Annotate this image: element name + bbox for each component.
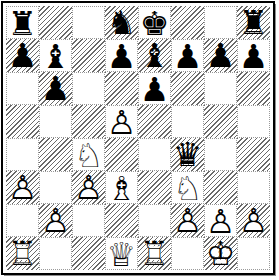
square-f1[interactable] [171, 237, 204, 270]
black-pawn-piece: ♟ [106, 40, 137, 71]
square-c5[interactable] [72, 105, 105, 138]
white-knight-piece: ♞♘ [172, 172, 203, 203]
white-pawn-piece: ♟♙ [6, 171, 39, 204]
square-h3[interactable] [237, 171, 270, 204]
square-f8[interactable] [171, 6, 204, 39]
square-g3[interactable] [204, 171, 237, 204]
square-g4[interactable] [204, 138, 237, 171]
square-e8[interactable]: ♚ [138, 6, 171, 39]
white-pawn-piece: ♟♙ [39, 204, 72, 237]
square-d8[interactable]: ♞ [105, 6, 138, 39]
chess-board: ♜♞♚♜♟♝♟♝♟♟♟♟♟♟♙♞♘♛♟♙♟♙♝♗♞♘♟♙♟♙♟♙♟♙♜♖♛♕♜♖… [6, 6, 270, 270]
square-c8[interactable] [72, 6, 105, 39]
square-b6[interactable]: ♟ [39, 72, 72, 105]
square-c3[interactable]: ♟♙ [72, 171, 105, 204]
square-b1[interactable] [39, 237, 72, 270]
square-e6[interactable]: ♟ [138, 72, 171, 105]
square-e4[interactable] [138, 138, 171, 171]
square-c7[interactable] [72, 39, 105, 72]
square-a3[interactable]: ♟♙ [6, 171, 39, 204]
black-knight-piece: ♞ [105, 6, 138, 39]
square-h8[interactable]: ♜ [237, 6, 270, 39]
square-c4[interactable]: ♞♘ [72, 138, 105, 171]
square-b8[interactable] [39, 6, 72, 39]
square-g6[interactable] [204, 72, 237, 105]
square-h7[interactable]: ♟ [237, 39, 270, 72]
square-a8[interactable]: ♜ [6, 6, 39, 39]
square-d4[interactable] [105, 138, 138, 171]
black-queen-piece: ♛ [171, 138, 204, 171]
white-pawn-piece: ♟♙ [205, 205, 236, 236]
square-c6[interactable] [72, 72, 105, 105]
white-knight-piece: ♞♘ [73, 139, 104, 170]
square-d2[interactable] [105, 204, 138, 237]
square-c1[interactable] [72, 237, 105, 270]
square-d5[interactable]: ♟♙ [105, 105, 138, 138]
square-b5[interactable] [39, 105, 72, 138]
square-h2[interactable]: ♟♙ [237, 204, 270, 237]
black-king-piece: ♚ [139, 7, 170, 38]
square-d1[interactable]: ♛♕ [105, 237, 138, 270]
white-king-piece: ♚♔ [204, 237, 237, 270]
black-pawn-piece: ♟ [238, 40, 269, 71]
square-c2[interactable] [72, 204, 105, 237]
square-d7[interactable]: ♟ [105, 39, 138, 72]
white-pawn-piece: ♟♙ [72, 171, 105, 204]
square-h6[interactable] [237, 72, 270, 105]
square-f2[interactable]: ♟♙ [171, 204, 204, 237]
square-b3[interactable] [39, 171, 72, 204]
board-frame: ♜♞♚♜♟♝♟♝♟♟♟♟♟♟♙♞♘♛♟♙♟♙♝♗♞♘♟♙♟♙♟♙♟♙♜♖♛♕♜♖… [1, 1, 275, 275]
white-rook-piece: ♜♖ [138, 237, 171, 270]
square-a7[interactable]: ♟ [6, 39, 39, 72]
square-h4[interactable] [237, 138, 270, 171]
square-a5[interactable] [6, 105, 39, 138]
square-e7[interactable]: ♝ [138, 39, 171, 72]
square-g7[interactable]: ♟ [204, 39, 237, 72]
square-d6[interactable] [105, 72, 138, 105]
white-pawn-piece: ♟♙ [171, 204, 204, 237]
square-b7[interactable]: ♝ [39, 39, 72, 72]
square-f4[interactable]: ♛ [171, 138, 204, 171]
white-pawn-piece: ♟♙ [106, 106, 137, 137]
white-pawn-piece: ♟♙ [237, 204, 270, 237]
square-g2[interactable]: ♟♙ [204, 204, 237, 237]
square-f6[interactable] [171, 72, 204, 105]
square-g1[interactable]: ♚♔ [204, 237, 237, 270]
black-pawn-piece: ♟ [6, 39, 39, 72]
black-pawn-piece: ♟ [139, 73, 170, 104]
black-pawn-piece: ♟ [39, 72, 72, 105]
black-bishop-piece: ♝ [138, 39, 171, 72]
square-b2[interactable]: ♟♙ [39, 204, 72, 237]
square-f5[interactable] [171, 105, 204, 138]
square-a2[interactable] [6, 204, 39, 237]
square-e2[interactable] [138, 204, 171, 237]
square-h5[interactable] [237, 105, 270, 138]
square-a6[interactable] [6, 72, 39, 105]
square-a1[interactable]: ♜♖ [6, 237, 39, 270]
square-h1[interactable] [237, 237, 270, 270]
black-bishop-piece: ♝ [40, 40, 71, 71]
white-bishop-piece: ♝♗ [106, 172, 137, 203]
square-f7[interactable]: ♟ [171, 39, 204, 72]
black-pawn-piece: ♟ [172, 40, 203, 71]
square-f3[interactable]: ♞♘ [171, 171, 204, 204]
black-rook-piece: ♜ [237, 6, 270, 39]
square-a4[interactable] [6, 138, 39, 171]
square-g5[interactable] [204, 105, 237, 138]
square-e1[interactable]: ♜♖ [138, 237, 171, 270]
white-queen-piece: ♛♕ [106, 238, 137, 269]
square-g8[interactable] [204, 6, 237, 39]
square-b4[interactable] [39, 138, 72, 171]
white-rook-piece: ♜♖ [6, 237, 39, 270]
black-pawn-piece: ♟ [204, 39, 237, 72]
square-d3[interactable]: ♝♗ [105, 171, 138, 204]
square-e5[interactable] [138, 105, 171, 138]
square-e3[interactable] [138, 171, 171, 204]
black-rook-piece: ♜ [7, 7, 38, 38]
